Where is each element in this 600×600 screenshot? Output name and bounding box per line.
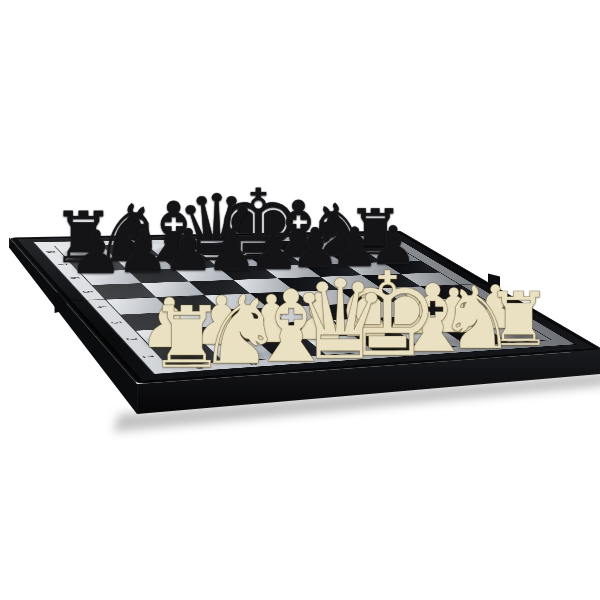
black-pawn-glyph: ♟	[116, 223, 169, 282]
black-pawn-glyph: ♟	[162, 222, 214, 280]
white-rook-glyph: ♜	[149, 295, 225, 380]
product-photo-stage: 87654321abcdefgh ♜♞♝♛♚♝♞♜♟♟♟♟♟♟♟♟♟♟♟♟♟♟♟…	[0, 0, 600, 600]
black-pawn-glyph: ♟	[69, 223, 123, 283]
